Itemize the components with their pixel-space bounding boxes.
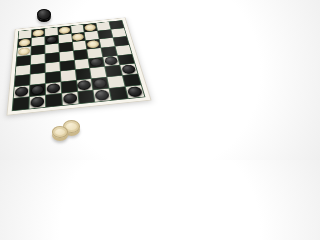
black-piece[interactable] <box>30 96 44 108</box>
square-r8c4-light[interactable] <box>62 92 78 105</box>
board-grid <box>12 20 146 111</box>
square-r8c6-light[interactable] <box>94 89 111 102</box>
cream-piece[interactable] <box>72 33 84 41</box>
black-piece-offboard-top[interactable] <box>37 9 51 20</box>
square-r7c2-dark[interactable] <box>30 84 45 96</box>
cream-piece[interactable] <box>33 29 44 37</box>
cream-piece[interactable] <box>84 24 96 32</box>
square-r7c7-light[interactable] <box>108 76 125 88</box>
square-r8c7-dark[interactable] <box>110 87 128 100</box>
board-mat <box>6 17 151 115</box>
square-r7c3-light[interactable] <box>46 82 61 94</box>
cream-piece[interactable] <box>59 26 70 34</box>
cream-piece-offboard-bottom[interactable] <box>52 126 68 138</box>
black-piece[interactable] <box>93 78 108 89</box>
black-piece[interactable] <box>121 65 136 75</box>
black-piece[interactable] <box>104 56 118 65</box>
black-piece[interactable] <box>95 90 110 101</box>
square-r7c8-dark[interactable] <box>123 74 141 86</box>
square-r8c5-dark[interactable] <box>78 90 95 103</box>
square-r7c4-dark[interactable] <box>61 81 77 93</box>
square-r7c1-light[interactable] <box>14 86 29 98</box>
cream-piece[interactable] <box>19 39 31 47</box>
square-r7c5-light[interactable] <box>77 79 93 91</box>
square-r6c2-light[interactable] <box>30 73 45 85</box>
checkers-board <box>6 17 151 115</box>
black-piece[interactable] <box>78 80 92 91</box>
square-r7c6-dark[interactable] <box>92 78 109 90</box>
black-piece[interactable] <box>31 85 44 96</box>
square-r8c8-light[interactable] <box>126 85 144 98</box>
square-r8c2-light[interactable] <box>29 96 45 109</box>
black-piece[interactable] <box>15 86 29 97</box>
cream-piece[interactable] <box>18 47 30 56</box>
square-r8c1-dark[interactable] <box>13 97 29 110</box>
black-piece[interactable] <box>63 93 77 105</box>
black-piece[interactable] <box>90 58 104 67</box>
square-r8c3-dark[interactable] <box>46 94 62 107</box>
cream-piece[interactable] <box>87 40 100 48</box>
black-piece[interactable] <box>46 36 57 44</box>
checkers-photo-scene <box>0 0 160 160</box>
black-piece[interactable] <box>46 83 59 94</box>
black-piece[interactable] <box>127 86 143 97</box>
